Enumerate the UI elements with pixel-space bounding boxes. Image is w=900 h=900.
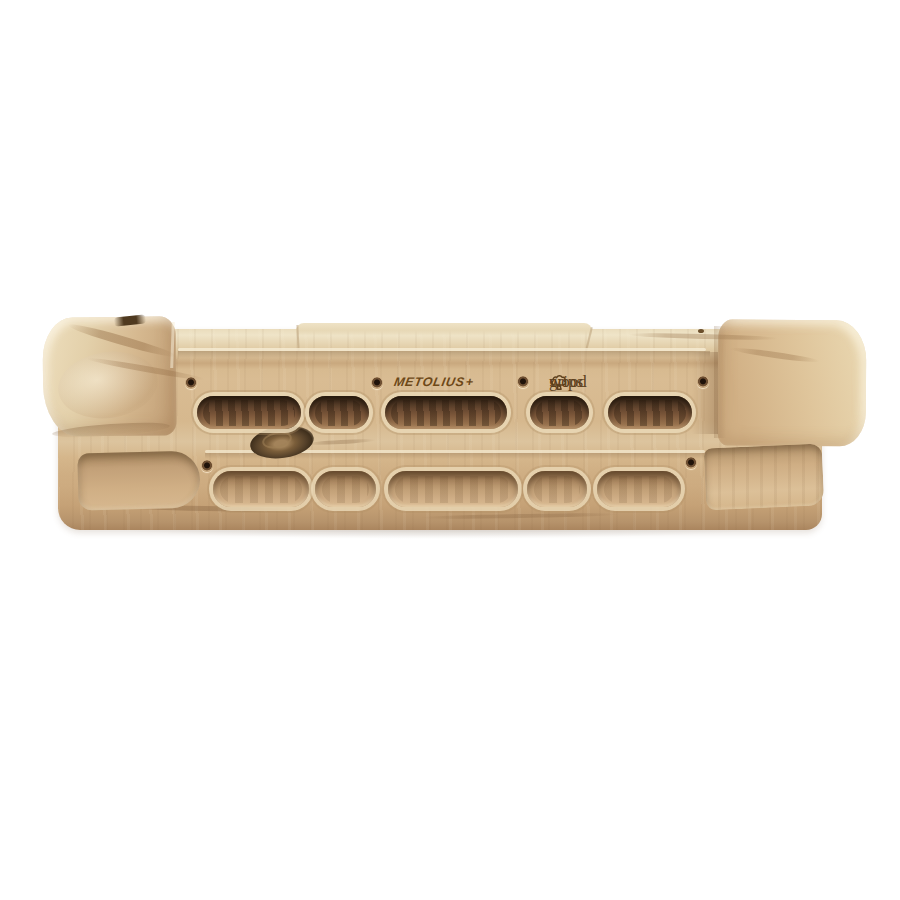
screw-hole <box>371 377 383 389</box>
woodgrips-logo: wood grips <box>549 371 661 393</box>
screw-hole <box>517 376 529 388</box>
upper-pocket-5 <box>608 396 692 429</box>
upper-pocket-1 <box>197 396 301 429</box>
right-ramp-dish <box>704 443 825 510</box>
lower-pocket-4 <box>527 471 587 507</box>
right-face-shadow <box>692 352 718 434</box>
upper-pocket-4 <box>530 396 589 429</box>
screw-hole <box>697 376 709 388</box>
grips-label: grips <box>549 371 583 393</box>
center-sloper-crown <box>296 323 592 336</box>
screw-hole <box>685 457 697 469</box>
screw-hole <box>185 377 197 389</box>
lower-pocket-3 <box>388 471 518 507</box>
lower-pocket-2 <box>315 471 376 507</box>
lower-pocket-1 <box>213 471 309 507</box>
lower-pocket-5 <box>597 471 681 507</box>
product-photo: METOLIUS+ wood grips <box>0 0 900 900</box>
metolius-logo-text: METOLIUS <box>393 375 466 389</box>
screw-hole <box>201 460 213 472</box>
metolius-logo-mark: + <box>464 374 475 391</box>
wood-speck <box>698 329 704 333</box>
top-rail-shadow <box>178 351 710 358</box>
metolius-logo: METOLIUS+ <box>393 374 518 391</box>
upper-pocket-2 <box>309 396 369 429</box>
upper-pocket-3 <box>385 396 507 429</box>
left-ramp-dish <box>77 450 200 510</box>
